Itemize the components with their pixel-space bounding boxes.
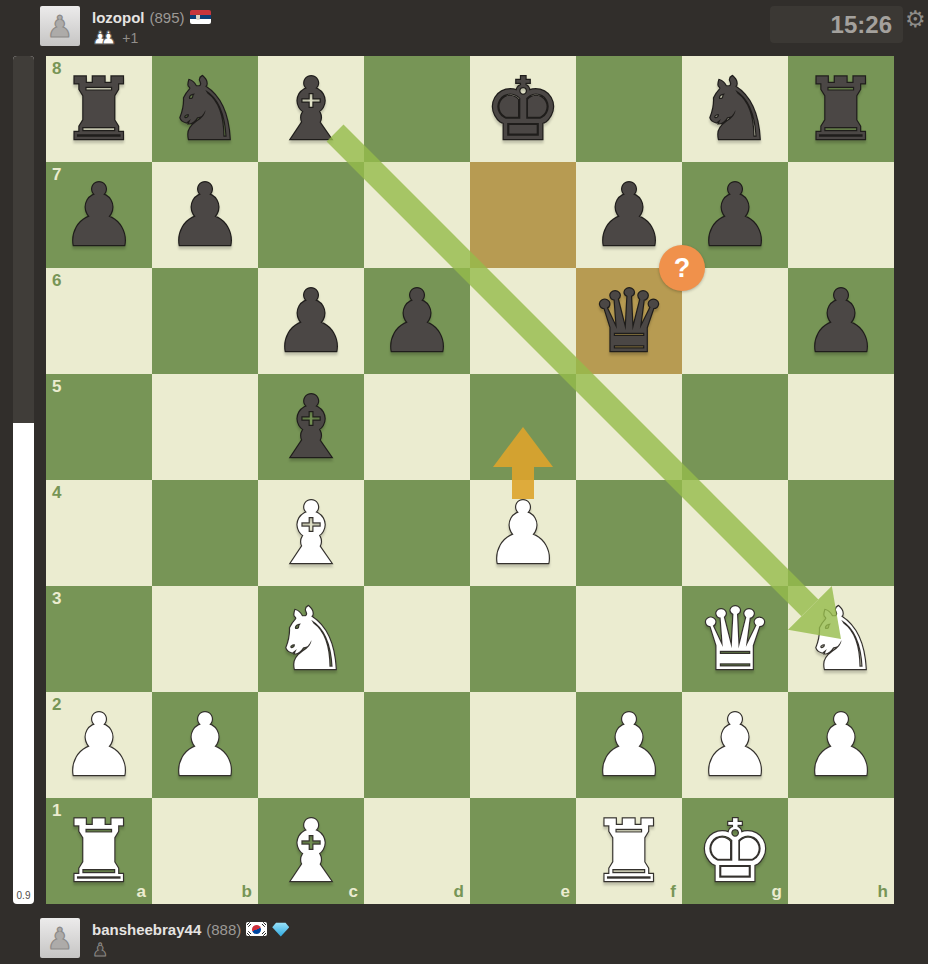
square-c2[interactable] [258, 692, 364, 798]
file-label-d: d [454, 882, 464, 902]
rank-label-4: 4 [52, 483, 61, 503]
bottom-captured-pieces: ♟ [92, 940, 289, 960]
white-knight-c3[interactable]: ♞ [258, 586, 364, 692]
mistake-badge: ? [659, 245, 705, 291]
black-knight-g8[interactable]: ♞ [682, 56, 788, 162]
square-h7[interactable] [788, 162, 894, 268]
square-h4[interactable] [788, 480, 894, 586]
square-h5[interactable] [788, 374, 894, 480]
square-d8[interactable] [364, 56, 470, 162]
white-pawn-h2[interactable]: ♟ [788, 692, 894, 798]
file-label-h: h [878, 882, 888, 902]
black-bishop-c5[interactable]: ♝ [258, 374, 364, 480]
square-e7[interactable] [470, 162, 576, 268]
square-e2[interactable] [470, 692, 576, 798]
square-a3[interactable]: 3 [46, 586, 152, 692]
white-bishop-c4[interactable]: ♝ [258, 480, 364, 586]
white-queen-g3[interactable]: ♛ [682, 586, 788, 692]
white-pawn-e4[interactable]: ♟ [470, 480, 576, 586]
square-h1[interactable]: h [788, 798, 894, 904]
white-pawn-a2[interactable]: ♟ [46, 692, 152, 798]
captured-white-pawn-icon: ♟ [100, 29, 116, 47]
top-player-avatar[interactable]: ♟ [40, 6, 80, 46]
square-a4[interactable]: 4 [46, 480, 152, 586]
square-f8[interactable] [576, 56, 682, 162]
square-f5[interactable] [576, 374, 682, 480]
diamond-membership-icon [272, 922, 289, 937]
square-f3[interactable] [576, 586, 682, 692]
black-rook-h8[interactable]: ♜ [788, 56, 894, 162]
white-king-g1[interactable]: ♚ [682, 798, 788, 904]
gear-icon[interactable]: ⚙ [905, 6, 926, 32]
white-bishop-c1[interactable]: ♝ [258, 798, 364, 904]
black-pawn-c6[interactable]: ♟ [258, 268, 364, 374]
black-pawn-d6[interactable]: ♟ [364, 268, 470, 374]
rank-label-3: 3 [52, 589, 61, 609]
square-g4[interactable] [682, 480, 788, 586]
square-f4[interactable] [576, 480, 682, 586]
material-advantage: +1 [122, 30, 138, 46]
square-a5[interactable]: 5 [46, 374, 152, 480]
square-b1[interactable]: b [152, 798, 258, 904]
evaluation-black-portion [13, 56, 34, 423]
square-e1[interactable]: e [470, 798, 576, 904]
white-rook-a1[interactable]: ♜ [46, 798, 152, 904]
top-captured-pieces: ♟ ♟ +1 [92, 28, 211, 48]
black-pawn-h6[interactable]: ♟ [788, 268, 894, 374]
evaluation-score: 0.9 [13, 890, 34, 901]
black-pawn-a7[interactable]: ♟ [46, 162, 152, 268]
black-bishop-c8[interactable]: ♝ [258, 56, 364, 162]
bottom-player-name[interactable]: bansheebray44 [92, 921, 201, 938]
file-label-b: b [242, 882, 252, 902]
white-pawn-b2[interactable]: ♟ [152, 692, 258, 798]
square-e6[interactable] [470, 268, 576, 374]
top-player-name[interactable]: lozopol [92, 9, 145, 26]
top-player-rating: (895) [150, 9, 185, 26]
square-c7[interactable] [258, 162, 364, 268]
square-b6[interactable] [152, 268, 258, 374]
square-d7[interactable] [364, 162, 470, 268]
square-a6[interactable]: 6 [46, 268, 152, 374]
evaluation-bar: 0.9 [13, 56, 34, 904]
square-b3[interactable] [152, 586, 258, 692]
rank-label-6: 6 [52, 271, 61, 291]
white-pawn-f2[interactable]: ♟ [576, 692, 682, 798]
black-clock: 15:26 [770, 6, 903, 43]
square-e5[interactable] [470, 374, 576, 480]
bottom-player-avatar[interactable]: ♟ [40, 918, 80, 958]
captured-black-pawn-icon: ♟ [92, 941, 108, 959]
black-king-e8[interactable]: ♚ [470, 56, 576, 162]
square-g5[interactable] [682, 374, 788, 480]
black-knight-b8[interactable]: ♞ [152, 56, 258, 162]
serbia-flag-icon [190, 10, 211, 24]
bottom-player-rating: (888) [206, 921, 241, 938]
black-pawn-b7[interactable]: ♟ [152, 162, 258, 268]
top-player-bar: ♟ lozopol (895) ♟ ♟ +1 15:26 ⚙ [0, 0, 928, 52]
white-pawn-g2[interactable]: ♟ [682, 692, 788, 798]
square-d3[interactable] [364, 586, 470, 692]
white-knight-h3[interactable]: ♞ [788, 586, 894, 692]
white-rook-f1[interactable]: ♜ [576, 798, 682, 904]
square-d4[interactable] [364, 480, 470, 586]
square-d1[interactable]: d [364, 798, 470, 904]
square-b4[interactable] [152, 480, 258, 586]
square-d5[interactable] [364, 374, 470, 480]
rank-label-5: 5 [52, 377, 61, 397]
bottom-player-bar: ♟ bansheebray44 (888) ♟ 14:57 [0, 912, 928, 964]
square-b5[interactable] [152, 374, 258, 480]
square-e3[interactable] [470, 586, 576, 692]
south-korea-flag-icon [246, 922, 267, 936]
file-label-e: e [561, 882, 570, 902]
square-d2[interactable] [364, 692, 470, 798]
black-rook-a8[interactable]: ♜ [46, 56, 152, 162]
